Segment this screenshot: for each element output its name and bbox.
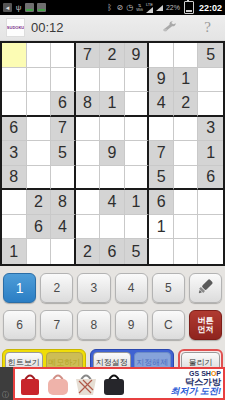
sudoku-cell-r6c2[interactable] xyxy=(27,166,52,191)
battery-icon xyxy=(184,1,194,14)
sudoku-cell-r1c9[interactable]: 5 xyxy=(198,43,223,68)
wifi-icon: ⇅ Wifi xyxy=(136,4,143,12)
settings-wrench-icon[interactable] xyxy=(161,19,178,37)
keypad-row-2: 6 7 8 9 C 버튼 먼저 xyxy=(0,310,225,340)
key-7[interactable]: 7 xyxy=(40,310,73,340)
red-bag-image xyxy=(17,371,43,397)
help-icon[interactable]: ? xyxy=(204,19,211,36)
sudoku-cell-r9c3[interactable] xyxy=(51,239,76,264)
sudoku-cell-r8c2[interactable]: 6 xyxy=(27,215,52,240)
sudoku-cell-r4c6[interactable] xyxy=(125,117,150,142)
eraser-icon xyxy=(195,277,215,300)
game-timer: 00:12 xyxy=(31,20,64,35)
sudoku-cell-r5c4[interactable] xyxy=(76,141,101,166)
sudoku-cell-r7c8[interactable] xyxy=(174,190,199,215)
status-time: 22:02 xyxy=(199,3,222,13)
black-bag-image xyxy=(101,371,127,397)
sudoku-cell-r3c9[interactable] xyxy=(198,92,223,117)
vibrate-icon: ⊘ xyxy=(116,3,123,12)
sudoku-cell-r2c2[interactable] xyxy=(27,68,52,93)
sudoku-cell-r2c9[interactable] xyxy=(198,68,223,93)
sudoku-cell-r8c9[interactable] xyxy=(198,215,223,240)
ad-content[interactable]: GS SHOP 닥스가방 최저가 도전! xyxy=(13,367,225,400)
sudoku-cell-r3c6[interactable] xyxy=(125,92,150,117)
mode-line-2: 먼저 xyxy=(197,325,213,334)
sudoku-cell-r5c5[interactable]: 9 xyxy=(100,141,125,166)
sudoku-cell-r8c4[interactable] xyxy=(76,215,101,240)
sudoku-cell-r3c3[interactable]: 6 xyxy=(51,92,76,117)
bluetooth-icon: ᛒ xyxy=(106,3,113,12)
sudoku-cell-r6c7[interactable]: 5 xyxy=(149,166,174,191)
game-header: SUDOKU 00:12 ? xyxy=(0,15,225,41)
ad-text: GS SHOP 닥스가방 최저가 도전! xyxy=(171,370,222,396)
sudoku-cell-r1c1[interactable] xyxy=(2,43,27,68)
sudoku-board: 7295916814267335971856284166411265 xyxy=(0,41,225,266)
sudoku-cell-r3c4[interactable]: 8 xyxy=(76,92,101,117)
sudoku-cell-r7c3[interactable]: 8 xyxy=(51,190,76,215)
sudoku-cell-r2c8[interactable]: 1 xyxy=(174,68,199,93)
sudoku-cell-r4c4[interactable] xyxy=(76,117,101,142)
app-download-icon xyxy=(25,3,34,12)
sudoku-cell-r7c6[interactable]: 1 xyxy=(125,190,150,215)
sudoku-cell-r7c9[interactable] xyxy=(198,190,223,215)
sudoku-cell-r2c5[interactable] xyxy=(100,68,125,93)
sudoku-cell-r6c3[interactable] xyxy=(51,166,76,191)
sudoku-cell-r9c4[interactable]: 2 xyxy=(76,239,101,264)
sudoku-cell-r7c2[interactable]: 2 xyxy=(27,190,52,215)
sudoku-cell-r2c4[interactable] xyxy=(76,68,101,93)
sudoku-cell-r2c1[interactable] xyxy=(2,68,27,93)
plaid-bag-image xyxy=(73,371,99,397)
alarm-icon: ◷ xyxy=(126,3,133,12)
sudoku-cell-r7c4[interactable] xyxy=(76,190,101,215)
key-4[interactable]: 4 xyxy=(115,273,148,303)
app-download-icon xyxy=(37,3,46,12)
sudoku-cell-r8c3[interactable]: 4 xyxy=(51,215,76,240)
sudoku-cell-r1c5[interactable]: 2 xyxy=(100,43,125,68)
sudoku-cell-r8c6[interactable] xyxy=(125,215,150,240)
sudoku-cell-r5c9[interactable]: 1 xyxy=(198,141,223,166)
key-1[interactable]: 1 xyxy=(3,273,36,303)
sudoku-cell-r1c8[interactable] xyxy=(174,43,199,68)
key-clear[interactable]: C xyxy=(152,310,185,340)
sudoku-cell-r2c3[interactable] xyxy=(51,68,76,93)
sudoku-cell-r6c9[interactable]: 6 xyxy=(198,166,223,191)
sudoku-cell-r9c2[interactable] xyxy=(27,239,52,264)
keypad-row-1: 1 2 3 4 5 xyxy=(0,273,225,303)
key-5[interactable]: 5 xyxy=(152,273,185,303)
ad-info-icon[interactable]: ⓘ xyxy=(2,391,9,398)
sudoku-cell-r8c8[interactable] xyxy=(174,215,199,240)
sudoku-cell-r3c1[interactable] xyxy=(2,92,27,117)
ad-banner[interactable]: ⓘ GS SHOP 닥스가방 최저가 도전! xyxy=(0,367,225,400)
sudoku-cell-r6c5[interactable] xyxy=(100,166,125,191)
sudoku-cell-r1c3[interactable] xyxy=(51,43,76,68)
screenshot-icon: ◂ xyxy=(3,3,12,12)
sudoku-cell-r3c5[interactable]: 1 xyxy=(100,92,125,117)
sudoku-cell-r5c7[interactable]: 7 xyxy=(149,141,174,166)
sudoku-cell-r6c6[interactable] xyxy=(125,166,150,191)
sudoku-cell-r8c5[interactable] xyxy=(100,215,125,240)
sudoku-cell-r7c5[interactable]: 4 xyxy=(100,190,125,215)
sudoku-cell-r7c1[interactable] xyxy=(2,190,27,215)
battery-percent: 22% xyxy=(166,4,180,11)
sudoku-cell-r4c1[interactable]: 6 xyxy=(2,117,27,142)
sudoku-cell-r5c8[interactable] xyxy=(174,141,199,166)
sudoku-cell-r1c4[interactable]: 7 xyxy=(76,43,101,68)
mode-line-1: 버튼 xyxy=(197,316,213,325)
sudoku-cell-r2c6[interactable] xyxy=(125,68,150,93)
pink-bag-image xyxy=(45,371,71,397)
sudoku-cell-r4c2[interactable] xyxy=(27,117,52,142)
sudoku-cell-r7c7[interactable]: 6 xyxy=(149,190,174,215)
app-logo: SUDOKU xyxy=(6,18,25,37)
sudoku-cell-r4c8[interactable] xyxy=(174,117,199,142)
sudoku-cell-r3c7[interactable]: 4 xyxy=(149,92,174,117)
sudoku-cell-r4c5[interactable] xyxy=(100,117,125,142)
lte-signal-icon: LTE xyxy=(146,3,153,13)
key-8[interactable]: 8 xyxy=(77,310,110,340)
sudoku-cell-r9c9[interactable] xyxy=(198,239,223,264)
key-3[interactable]: 3 xyxy=(77,273,110,303)
sudoku-cell-r5c3[interactable]: 5 xyxy=(51,141,76,166)
sudoku-cell-r6c4[interactable] xyxy=(76,166,101,191)
sudoku-cell-r1c6[interactable]: 9 xyxy=(125,43,150,68)
signal-icon xyxy=(156,5,163,11)
sudoku-cell-r4c7[interactable] xyxy=(149,117,174,142)
sudoku-cell-r4c3[interactable]: 7 xyxy=(51,117,76,142)
usb-icon: ψ xyxy=(15,3,22,12)
sudoku-cell-r6c1[interactable]: 8 xyxy=(2,166,27,191)
sudoku-cell-r3c2[interactable] xyxy=(27,92,52,117)
sudoku-cell-r2c7[interactable]: 9 xyxy=(149,68,174,93)
ad-tagline: 최저가 도전! xyxy=(171,387,222,396)
status-bar: ◂ ψ ᛒ ⊘ ◷ ⇅ Wifi LTE 22% 22:02 xyxy=(0,0,225,15)
sudoku-cell-r1c7[interactable] xyxy=(149,43,174,68)
sudoku-cell-r5c1[interactable]: 3 xyxy=(2,141,27,166)
sudoku-cell-r8c7[interactable]: 1 xyxy=(149,215,174,240)
sudoku-cell-r8c1[interactable] xyxy=(2,215,27,240)
key-2[interactable]: 2 xyxy=(40,273,73,303)
sudoku-cell-r6c8[interactable] xyxy=(174,166,199,191)
sudoku-cell-r5c6[interactable] xyxy=(125,141,150,166)
sudoku-cell-r1c2[interactable] xyxy=(27,43,52,68)
sudoku-cell-r3c8[interactable]: 2 xyxy=(174,92,199,117)
ad-product-images xyxy=(17,371,169,397)
input-mode-button[interactable]: 버튼 먼저 xyxy=(189,310,222,340)
sudoku-cell-r5c2[interactable] xyxy=(27,141,52,166)
sudoku-cell-r9c8[interactable] xyxy=(174,239,199,264)
sudoku-cell-r4c9[interactable]: 3 xyxy=(198,117,223,142)
eraser-button[interactable] xyxy=(189,273,222,303)
sudoku-cell-r9c1[interactable]: 1 xyxy=(2,239,27,264)
sudoku-cell-r9c5[interactable]: 6 xyxy=(100,239,125,264)
sudoku-cell-r9c7[interactable] xyxy=(149,239,174,264)
sudoku-cell-r9c6[interactable]: 5 xyxy=(125,239,150,264)
key-6[interactable]: 6 xyxy=(3,310,36,340)
key-9[interactable]: 9 xyxy=(115,310,148,340)
